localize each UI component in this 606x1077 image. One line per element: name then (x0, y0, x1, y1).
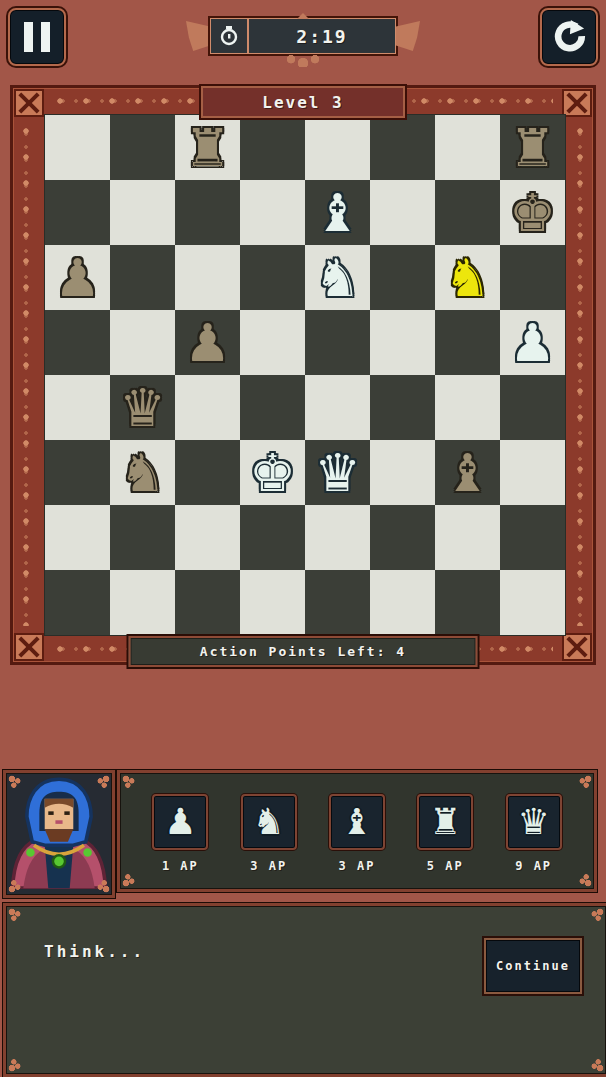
square-d5[interactable] (240, 310, 305, 375)
shop-item-pawn: ♟1 AP (152, 794, 208, 873)
square-b6[interactable] (110, 245, 175, 310)
shop-item-bishop: ♝3 AP (329, 794, 385, 873)
advisor-portrait (3, 770, 115, 898)
black-bishop-g3[interactable]: ♝ (435, 440, 500, 505)
rook-icon: ♜ (429, 804, 461, 840)
square-c2[interactable] (175, 505, 240, 570)
square-c3[interactable] (175, 440, 240, 505)
shop-item-queen: ♛9 AP (506, 794, 562, 873)
action-points-bar: Action Points Left: 4 (129, 636, 478, 667)
shop-rook-button[interactable]: ♜ (417, 794, 473, 850)
level-label: Level 3 (262, 93, 343, 112)
white-queen-e3[interactable]: ♛ (305, 440, 370, 505)
bishop-icon: ♝ (341, 804, 373, 840)
square-e5[interactable] (305, 310, 370, 375)
shop-pawn-button[interactable]: ♟ (152, 794, 208, 850)
timer-left-ornament (186, 21, 210, 51)
knight-icon: ♞ (253, 804, 285, 840)
dialog-panel: Think... Continue (3, 903, 606, 1077)
gold-knight-g6[interactable]: ♞ (435, 245, 500, 310)
square-c5[interactable]: ♟ (175, 310, 240, 375)
black-rook-c8[interactable]: ♜ (175, 115, 240, 180)
square-d4[interactable] (240, 375, 305, 440)
chess-board: ♜♜♝♚♟♞♞♟♟♛♞♚♛♝ (45, 115, 565, 635)
square-e3[interactable]: ♛ (305, 440, 370, 505)
square-g5[interactable] (435, 310, 500, 375)
clock-icon (211, 19, 249, 53)
shop-item-rook: ♜5 AP (417, 794, 473, 873)
square-h5[interactable]: ♟ (500, 310, 565, 375)
square-c8[interactable]: ♜ (175, 115, 240, 180)
frame-corner-icon (14, 89, 44, 117)
shop-item-knight: ♞3 AP (241, 794, 297, 873)
black-pawn-c5[interactable]: ♟ (175, 310, 240, 375)
shop-knight-button[interactable]: ♞ (241, 794, 297, 850)
square-e2[interactable] (305, 505, 370, 570)
square-g3[interactable]: ♝ (435, 440, 500, 505)
square-a8[interactable] (45, 115, 110, 180)
square-d2[interactable] (240, 505, 305, 570)
square-e8[interactable] (305, 115, 370, 180)
square-b7[interactable] (110, 180, 175, 245)
black-queen-b4[interactable]: ♛ (110, 375, 175, 440)
square-a7[interactable] (45, 180, 110, 245)
queen-cost-label: 9 AP (515, 859, 552, 873)
square-h2[interactable] (500, 505, 565, 570)
black-king-h7[interactable]: ♚ (500, 180, 565, 245)
white-pawn-h5[interactable]: ♟ (500, 310, 565, 375)
square-g4[interactable] (435, 375, 500, 440)
square-b4[interactable]: ♛ (110, 375, 175, 440)
square-g7[interactable] (435, 180, 500, 245)
black-pawn-a6[interactable]: ♟ (45, 245, 110, 310)
square-f8[interactable] (370, 115, 435, 180)
white-bishop-e7[interactable]: ♝ (305, 180, 370, 245)
square-e7[interactable]: ♝ (305, 180, 370, 245)
square-a6[interactable]: ♟ (45, 245, 110, 310)
frame-corner-icon (14, 633, 44, 661)
square-d7[interactable] (240, 180, 305, 245)
square-f2[interactable] (370, 505, 435, 570)
square-g6[interactable]: ♞ (435, 245, 500, 310)
square-a5[interactable] (45, 310, 110, 375)
square-b1[interactable] (110, 570, 175, 635)
pawn-cost-label: 1 AP (162, 859, 199, 873)
square-f7[interactable] (370, 180, 435, 245)
square-h4[interactable] (500, 375, 565, 440)
shop-bishop-button[interactable]: ♝ (329, 794, 385, 850)
continue-label: Continue (496, 959, 570, 973)
square-h6[interactable] (500, 245, 565, 310)
square-f4[interactable] (370, 375, 435, 440)
square-a2[interactable] (45, 505, 110, 570)
timer-right-ornament (396, 21, 420, 51)
knight-cost-label: 3 AP (250, 859, 287, 873)
frame-corner-icon (562, 89, 592, 117)
square-c7[interactable] (175, 180, 240, 245)
square-d8[interactable] (240, 115, 305, 180)
dialog-text: Think... (44, 942, 145, 961)
square-a4[interactable] (45, 375, 110, 440)
square-c1[interactable] (175, 570, 240, 635)
square-h8[interactable]: ♜ (500, 115, 565, 180)
square-b3[interactable]: ♞ (110, 440, 175, 505)
square-g1[interactable] (435, 570, 500, 635)
pawn-icon: ♟ (164, 804, 196, 840)
square-b5[interactable] (110, 310, 175, 375)
level-banner: Level 3 (201, 86, 405, 118)
square-e1[interactable] (305, 570, 370, 635)
square-f5[interactable] (370, 310, 435, 375)
square-g8[interactable] (435, 115, 500, 180)
square-f6[interactable] (370, 245, 435, 310)
timer-value: 2:19 (249, 26, 395, 47)
timer: 2:19 (186, 18, 420, 54)
black-knight-b3[interactable]: ♞ (110, 440, 175, 505)
pause-icon (20, 22, 54, 52)
bishop-cost-label: 3 AP (339, 859, 376, 873)
square-e6[interactable]: ♞ (305, 245, 370, 310)
restart-icon (552, 20, 586, 54)
black-rook-h8[interactable]: ♜ (500, 115, 565, 180)
square-a3[interactable] (45, 440, 110, 505)
square-d6[interactable] (240, 245, 305, 310)
square-d1[interactable] (240, 570, 305, 635)
square-a1[interactable] (45, 570, 110, 635)
white-king-d3[interactable]: ♚ (240, 440, 305, 505)
action-points-label: Action Points Left: 4 (200, 644, 406, 659)
continue-button[interactable]: Continue (484, 938, 582, 994)
shop-queen-button[interactable]: ♛ (506, 794, 562, 850)
square-h3[interactable] (500, 440, 565, 505)
square-d3[interactable]: ♚ (240, 440, 305, 505)
piece-shop: ♟1 AP♞3 AP♝3 AP♜5 AP♛9 AP (117, 770, 597, 892)
square-c4[interactable] (175, 375, 240, 440)
square-h1[interactable] (500, 570, 565, 635)
queen-icon: ♛ (518, 804, 550, 840)
square-f1[interactable] (370, 570, 435, 635)
square-c6[interactable] (175, 245, 240, 310)
white-knight-e6[interactable]: ♞ (305, 245, 370, 310)
wizard-avatar (9, 773, 109, 889)
square-e4[interactable] (305, 375, 370, 440)
restart-button[interactable] (540, 8, 598, 66)
rook-cost-label: 5 AP (427, 859, 464, 873)
square-g2[interactable] (435, 505, 500, 570)
square-b8[interactable] (110, 115, 175, 180)
square-b2[interactable] (110, 505, 175, 570)
pause-button[interactable] (8, 8, 66, 66)
frame-corner-icon (562, 633, 592, 661)
square-h7[interactable]: ♚ (500, 180, 565, 245)
square-f3[interactable] (370, 440, 435, 505)
